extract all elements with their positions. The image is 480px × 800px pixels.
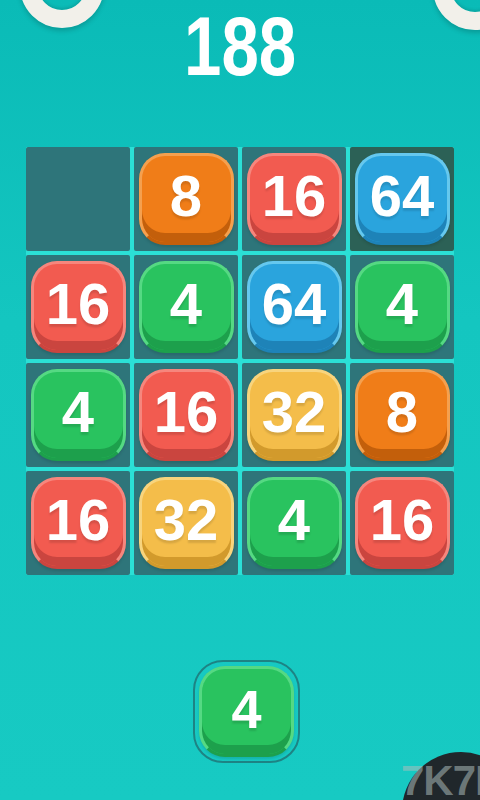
tile-value: 8: [170, 167, 202, 225]
tile-value: 4: [62, 383, 94, 441]
score: 188: [0, 4, 480, 88]
tile-value: 4: [386, 275, 418, 333]
tile-16[interactable]: 16: [139, 369, 234, 461]
board-cell[interactable]: 16: [26, 471, 130, 575]
score-value: 188: [184, 4, 296, 88]
tile-8[interactable]: 8: [355, 369, 450, 461]
tile-value: 32: [262, 383, 327, 441]
board-cell[interactable]: [26, 147, 130, 251]
board-cell[interactable]: 64: [242, 255, 346, 359]
next-tile-slot: 4: [193, 660, 300, 763]
tile-value: 16: [262, 167, 327, 225]
board-cell[interactable]: 4: [242, 471, 346, 575]
tile-32[interactable]: 32: [247, 369, 342, 461]
tile-16[interactable]: 16: [247, 153, 342, 245]
tile-value: 8: [386, 383, 418, 441]
board-cell[interactable]: 16: [26, 255, 130, 359]
board-cell[interactable]: 16: [350, 471, 454, 575]
tile-value: 64: [262, 275, 327, 333]
board-cell[interactable]: 32: [242, 363, 346, 467]
board-cell[interactable]: 32: [134, 471, 238, 575]
tile-4[interactable]: 4: [139, 261, 234, 353]
tile-value: 16: [370, 491, 435, 549]
tile-8[interactable]: 8: [139, 153, 234, 245]
tile-value: 16: [46, 275, 111, 333]
board-cell[interactable]: 16: [134, 363, 238, 467]
board: 816641646444163281632416: [26, 147, 454, 575]
7k7k-watermark: 7K7K: [401, 757, 480, 800]
tile-16[interactable]: 16: [355, 477, 450, 569]
tile-4[interactable]: 4: [247, 477, 342, 569]
tile-value: 64: [370, 167, 435, 225]
board-cell[interactable]: 64: [350, 147, 454, 251]
tile-64[interactable]: 64: [247, 261, 342, 353]
board-cell[interactable]: 8: [350, 363, 454, 467]
tile-4[interactable]: 4: [31, 369, 126, 461]
tile-value: 16: [154, 383, 219, 441]
next-tile-value: 4: [231, 682, 261, 736]
board-cell[interactable]: 4: [350, 255, 454, 359]
game-screen: 188 816641646444163281632416 4 7K7K: [0, 0, 480, 800]
tile-value: 4: [170, 275, 202, 333]
tile-4[interactable]: 4: [355, 261, 450, 353]
tile-64[interactable]: 64: [355, 153, 450, 245]
next-tile: 4: [199, 666, 294, 757]
board-cell[interactable]: 4: [26, 363, 130, 467]
tile-value: 32: [154, 491, 219, 549]
tile-value: 4: [278, 491, 310, 549]
board-cell[interactable]: 16: [242, 147, 346, 251]
tile-32[interactable]: 32: [139, 477, 234, 569]
tile-16[interactable]: 16: [31, 261, 126, 353]
board-cell[interactable]: 4: [134, 255, 238, 359]
tile-value: 16: [46, 491, 111, 549]
tile-16[interactable]: 16: [31, 477, 126, 569]
board-cell[interactable]: 8: [134, 147, 238, 251]
